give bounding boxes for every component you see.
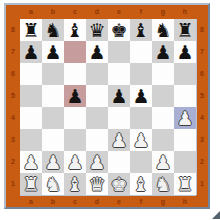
square-c4[interactable] <box>64 107 86 129</box>
square-d7[interactable]: ♟ <box>86 41 108 63</box>
square-a8[interactable]: ♜ <box>20 19 42 41</box>
file-label-top-d: d <box>86 6 108 18</box>
square-b6[interactable] <box>42 63 64 85</box>
square-f4[interactable] <box>130 107 152 129</box>
square-g6[interactable] <box>152 63 174 85</box>
white-pawn[interactable]: ♟ <box>66 151 83 173</box>
rank-label-left-3: 3 <box>7 129 19 151</box>
square-b4[interactable] <box>42 107 64 129</box>
resize-grip-icon[interactable] <box>212 211 220 219</box>
white-pawn[interactable]: ♟ <box>132 129 149 151</box>
square-c3[interactable] <box>64 129 86 151</box>
square-h3[interactable] <box>174 129 196 151</box>
square-b1[interactable]: ♞ <box>42 173 64 195</box>
square-g4[interactable] <box>152 107 174 129</box>
rank-label-right-4: 4 <box>196 107 208 129</box>
rank-label-right-3: 3 <box>196 129 208 151</box>
black-knight[interactable]: ♞ <box>154 19 171 41</box>
white-rook[interactable]: ♜ <box>176 173 193 195</box>
square-h7[interactable]: ♟ <box>174 41 196 63</box>
square-d6[interactable] <box>86 63 108 85</box>
file-label-bottom-h: h <box>174 196 196 208</box>
white-pawn[interactable]: ♟ <box>110 129 127 151</box>
rank-label-right-8: 8 <box>196 19 208 41</box>
square-h1[interactable]: ♜ <box>174 173 196 195</box>
black-pawn[interactable]: ♟ <box>22 41 39 63</box>
square-e7[interactable] <box>108 41 130 63</box>
white-knight[interactable]: ♞ <box>154 173 171 195</box>
rank-label-right-7: 7 <box>196 41 208 63</box>
square-g2[interactable]: ♟ <box>152 151 174 173</box>
rank-label-left-8: 8 <box>7 19 19 41</box>
square-d8[interactable]: ♛ <box>86 19 108 41</box>
square-b8[interactable]: ♞ <box>42 19 64 41</box>
rank-label-left-5: 5 <box>7 85 19 107</box>
square-g8[interactable]: ♞ <box>152 19 174 41</box>
white-pawn[interactable]: ♟ <box>176 107 193 129</box>
square-f5[interactable]: ♟ <box>130 85 152 107</box>
square-c1[interactable]: ♝ <box>64 173 86 195</box>
black-rook[interactable]: ♜ <box>22 19 39 41</box>
square-e5[interactable]: ♟ <box>108 85 130 107</box>
square-b5[interactable] <box>42 85 64 107</box>
white-rook[interactable]: ♜ <box>22 173 39 195</box>
black-pawn[interactable]: ♟ <box>66 85 83 107</box>
square-d5[interactable] <box>86 85 108 107</box>
rank-label-left-7: 7 <box>7 41 19 63</box>
white-knight[interactable]: ♞ <box>44 173 61 195</box>
square-e4[interactable] <box>108 107 130 129</box>
board-grid: ♜♞♝♛♚♝♞♜♟♟♟♟♟♟♟♟♟♟♟♟♟♟♟♟♜♞♝♛♚♝♞♜ <box>20 19 196 195</box>
square-g5[interactable] <box>152 85 174 107</box>
file-label-bottom-e: e <box>108 196 130 208</box>
square-g3[interactable] <box>152 129 174 151</box>
rank-label-right-5: 5 <box>196 85 208 107</box>
rank-label-left-2: 2 <box>7 151 19 173</box>
square-a2[interactable]: ♟ <box>20 151 42 173</box>
white-king[interactable]: ♚ <box>110 173 127 195</box>
square-h2[interactable] <box>174 151 196 173</box>
square-e1[interactable]: ♚ <box>108 173 130 195</box>
black-pawn[interactable]: ♟ <box>88 41 105 63</box>
black-pawn[interactable]: ♟ <box>176 41 193 63</box>
square-b3[interactable] <box>42 129 64 151</box>
rank-label-left-4: 4 <box>7 107 19 129</box>
square-a7[interactable]: ♟ <box>20 41 42 63</box>
rank-label-right-6: 6 <box>196 63 208 85</box>
square-e3[interactable]: ♟ <box>108 129 130 151</box>
square-a3[interactable] <box>20 129 42 151</box>
file-label-top-a: a <box>20 6 42 18</box>
file-label-top-b: b <box>42 6 64 18</box>
file-label-bottom-d: d <box>86 196 108 208</box>
rank-label-right-1: 1 <box>196 173 208 195</box>
black-rook[interactable]: ♜ <box>176 19 193 41</box>
square-f8[interactable]: ♝ <box>130 19 152 41</box>
square-a5[interactable] <box>20 85 42 107</box>
file-label-bottom-f: f <box>130 196 152 208</box>
square-d3[interactable] <box>86 129 108 151</box>
black-pawn[interactable]: ♟ <box>154 41 171 63</box>
square-c6[interactable] <box>64 63 86 85</box>
file-label-bottom-g: g <box>152 196 174 208</box>
square-e2[interactable] <box>108 151 130 173</box>
square-a4[interactable] <box>20 107 42 129</box>
black-queen[interactable]: ♛ <box>88 19 105 41</box>
white-bishop[interactable]: ♝ <box>132 173 149 195</box>
file-label-top-c: c <box>64 6 86 18</box>
file-label-top-f: f <box>130 6 152 18</box>
square-f3[interactable]: ♟ <box>130 129 152 151</box>
square-h5[interactable] <box>174 85 196 107</box>
square-a6[interactable] <box>20 63 42 85</box>
rank-label-right-2: 2 <box>196 151 208 173</box>
square-c7[interactable] <box>64 41 86 63</box>
square-h6[interactable] <box>174 63 196 85</box>
square-g1[interactable]: ♞ <box>152 173 174 195</box>
square-f2[interactable] <box>130 151 152 173</box>
square-h8[interactable]: ♜ <box>174 19 196 41</box>
black-king[interactable]: ♚ <box>110 19 127 41</box>
square-a1[interactable]: ♜ <box>20 173 42 195</box>
file-label-top-h: h <box>174 6 196 18</box>
black-bishop[interactable]: ♝ <box>132 19 149 41</box>
black-pawn[interactable]: ♟ <box>110 85 127 107</box>
file-label-top-e: e <box>108 6 130 18</box>
square-c2[interactable]: ♟ <box>64 151 86 173</box>
black-bishop[interactable]: ♝ <box>66 19 83 41</box>
white-pawn[interactable]: ♟ <box>44 151 61 173</box>
white-bishop[interactable]: ♝ <box>66 173 83 195</box>
square-f7[interactable] <box>130 41 152 63</box>
white-queen[interactable]: ♛ <box>88 173 105 195</box>
square-g7[interactable]: ♟ <box>152 41 174 63</box>
square-h4[interactable]: ♟ <box>174 107 196 129</box>
file-label-bottom-b: b <box>42 196 64 208</box>
rank-label-left-6: 6 <box>7 63 19 85</box>
white-pawn[interactable]: ♟ <box>88 151 105 173</box>
square-e6[interactable] <box>108 63 130 85</box>
square-c5[interactable]: ♟ <box>64 85 86 107</box>
white-pawn[interactable]: ♟ <box>22 151 39 173</box>
square-b2[interactable]: ♟ <box>42 151 64 173</box>
square-d2[interactable]: ♟ <box>86 151 108 173</box>
square-e8[interactable]: ♚ <box>108 19 130 41</box>
square-f1[interactable]: ♝ <box>130 173 152 195</box>
square-d1[interactable]: ♛ <box>86 173 108 195</box>
chess-board: ♜♞♝♛♚♝♞♜♟♟♟♟♟♟♟♟♟♟♟♟♟♟♟♟♜♞♝♛♚♝♞♜ aabbccd… <box>4 3 210 209</box>
square-d4[interactable] <box>86 107 108 129</box>
file-label-top-g: g <box>152 6 174 18</box>
square-c8[interactable]: ♝ <box>64 19 86 41</box>
file-label-bottom-a: a <box>20 196 42 208</box>
black-knight[interactable]: ♞ <box>44 19 61 41</box>
rank-label-left-1: 1 <box>7 173 19 195</box>
file-label-bottom-c: c <box>64 196 86 208</box>
square-f6[interactable] <box>130 63 152 85</box>
square-b7[interactable]: ♟ <box>42 41 64 63</box>
black-pawn[interactable]: ♟ <box>132 85 149 107</box>
black-pawn[interactable]: ♟ <box>44 41 61 63</box>
white-pawn[interactable]: ♟ <box>154 151 171 173</box>
